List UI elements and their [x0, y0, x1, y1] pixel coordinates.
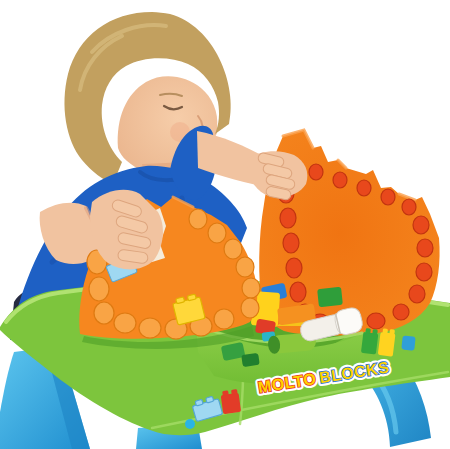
sticker-green-stud [365, 328, 371, 334]
corner-dot [185, 419, 195, 429]
block-green-left2 [241, 353, 260, 367]
scene-svg: MOLTO BLOCKS MOLTO BLOCKS [0, 0, 450, 449]
sticker-red-stud [222, 390, 229, 396]
block-green-dark [317, 287, 343, 307]
sticker-green-block [361, 332, 378, 355]
side-button [401, 335, 415, 350]
sticker-green-stud [372, 329, 378, 335]
sticker-blue-stud [206, 396, 214, 403]
sticker-yellow-stud [389, 329, 395, 335]
sticker-yellow-block [378, 332, 396, 357]
photo-canvas: MOLTO BLOCKS MOLTO BLOCKS [0, 0, 450, 449]
sticker-red-block [221, 393, 241, 414]
sticker-red-stud [231, 389, 238, 395]
sticker-blue-stud [195, 399, 203, 406]
sticker-yellow-stud [382, 328, 388, 334]
